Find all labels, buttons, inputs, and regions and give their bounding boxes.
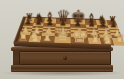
- chest-drawer: [20, 52, 110, 64]
- chest-base-molding: [11, 65, 113, 72]
- piece-white-q-d1: ♛: [54, 25, 71, 44]
- chess-set-photo: ♜♞♝♛♚♝♞♜♟♟♟♟♟♟♟♟♟♟♟♟♟♟♟♟♜♞♝♛♚♝♞♜: [0, 0, 124, 79]
- square-h1: ♜: [112, 38, 124, 45]
- piece-white-k-e1: ♚: [71, 25, 89, 45]
- drawer-knob: [63, 56, 67, 60]
- piece-white-r-h1: ♜: [114, 34, 124, 46]
- chess-chest: [13, 50, 111, 66]
